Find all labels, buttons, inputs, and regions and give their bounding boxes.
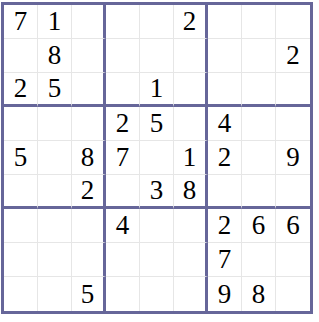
cell-r4c1[interactable] bbox=[4, 107, 38, 141]
cell-r3c3[interactable] bbox=[72, 73, 106, 107]
cell-r9c9[interactable] bbox=[276, 277, 310, 311]
cell-r2c8[interactable] bbox=[242, 39, 276, 73]
given-digit: 4 bbox=[116, 212, 130, 239]
cell-r4c5[interactable]: 5 bbox=[140, 107, 174, 141]
given-digit: 5 bbox=[48, 75, 62, 102]
given-digit: 9 bbox=[286, 144, 300, 171]
cell-r7c1[interactable] bbox=[4, 209, 38, 243]
cell-r7c9[interactable]: 6 bbox=[276, 209, 310, 243]
cell-r2c7[interactable] bbox=[208, 39, 242, 73]
given-digit: 2 bbox=[218, 144, 232, 171]
cell-r4c9[interactable] bbox=[276, 107, 310, 141]
cell-r2c2[interactable]: 8 bbox=[38, 39, 72, 73]
cell-r8c7[interactable]: 7 bbox=[208, 243, 242, 277]
given-digit: 4 bbox=[218, 110, 232, 137]
given-digit: 7 bbox=[116, 144, 130, 171]
given-digit: 5 bbox=[150, 110, 164, 137]
cell-r5c9[interactable]: 9 bbox=[276, 141, 310, 175]
given-digit: 7 bbox=[14, 8, 28, 35]
cell-r5c1[interactable]: 5 bbox=[4, 141, 38, 175]
cell-r9c5[interactable] bbox=[140, 277, 174, 311]
cell-r8c3[interactable] bbox=[72, 243, 106, 277]
cell-r4c4[interactable]: 2 bbox=[106, 107, 140, 141]
given-digit: 2 bbox=[183, 8, 197, 35]
cell-r9c4[interactable] bbox=[106, 277, 140, 311]
cell-r9c6[interactable] bbox=[174, 277, 208, 311]
cell-r3c2[interactable]: 5 bbox=[38, 73, 72, 107]
given-digit: 2 bbox=[218, 212, 232, 239]
given-digit: 5 bbox=[81, 281, 95, 308]
cell-r4c7[interactable]: 4 bbox=[208, 107, 242, 141]
cell-r1c9[interactable] bbox=[276, 5, 310, 39]
cell-r4c2[interactable] bbox=[38, 107, 72, 141]
cell-r9c8[interactable]: 8 bbox=[242, 277, 276, 311]
given-digit: 1 bbox=[183, 144, 197, 171]
cell-r7c2[interactable] bbox=[38, 209, 72, 243]
cell-r8c5[interactable] bbox=[140, 243, 174, 277]
cell-r2c4[interactable] bbox=[106, 39, 140, 73]
cell-r5c8[interactable] bbox=[242, 141, 276, 175]
cell-r8c1[interactable] bbox=[4, 243, 38, 277]
cell-r9c2[interactable] bbox=[38, 277, 72, 311]
given-digit: 1 bbox=[150, 75, 164, 102]
cell-r8c8[interactable] bbox=[242, 243, 276, 277]
cell-r1c1[interactable]: 7 bbox=[4, 5, 38, 39]
cell-r2c1[interactable] bbox=[4, 39, 38, 73]
given-digit: 7 bbox=[218, 246, 232, 273]
cell-r5c2[interactable] bbox=[38, 141, 72, 175]
given-digit: 8 bbox=[252, 281, 266, 308]
cell-r2c6[interactable] bbox=[174, 39, 208, 73]
cell-r6c9[interactable] bbox=[276, 175, 310, 209]
given-digit: 2 bbox=[286, 42, 300, 69]
cell-r9c7[interactable]: 9 bbox=[208, 277, 242, 311]
cell-r6c7[interactable] bbox=[208, 175, 242, 209]
given-digit: 2 bbox=[14, 75, 28, 102]
cell-r1c2[interactable]: 1 bbox=[38, 5, 72, 39]
cell-r3c4[interactable] bbox=[106, 73, 140, 107]
cell-r8c2[interactable] bbox=[38, 243, 72, 277]
cell-r8c4[interactable] bbox=[106, 243, 140, 277]
cell-r6c8[interactable] bbox=[242, 175, 276, 209]
cell-r8c9[interactable] bbox=[276, 243, 310, 277]
given-digit: 8 bbox=[183, 177, 197, 204]
cell-r9c3[interactable]: 5 bbox=[72, 277, 106, 311]
cell-r6c1[interactable] bbox=[4, 175, 38, 209]
cell-r3c7[interactable] bbox=[208, 73, 242, 107]
cell-r3c6[interactable] bbox=[174, 73, 208, 107]
cell-r5c4[interactable]: 7 bbox=[106, 141, 140, 175]
cell-r1c4[interactable] bbox=[106, 5, 140, 39]
cell-r6c6[interactable]: 8 bbox=[174, 175, 208, 209]
cell-r7c4[interactable]: 4 bbox=[106, 209, 140, 243]
sudoku-page: 7128225125458712923842667598 bbox=[0, 0, 319, 314]
cell-r6c4[interactable] bbox=[106, 175, 140, 209]
cell-r8c6[interactable] bbox=[174, 243, 208, 277]
cell-r3c1[interactable]: 2 bbox=[4, 73, 38, 107]
cell-r2c5[interactable] bbox=[140, 39, 174, 73]
sudoku-board: 7128225125458712923842667598 bbox=[1, 2, 313, 314]
cell-r1c5[interactable] bbox=[140, 5, 174, 39]
given-digit: 1 bbox=[48, 8, 62, 35]
cell-r2c9[interactable]: 2 bbox=[276, 39, 310, 73]
cell-r7c6[interactable] bbox=[174, 209, 208, 243]
cell-r5c3[interactable]: 8 bbox=[72, 141, 106, 175]
cell-r1c8[interactable] bbox=[242, 5, 276, 39]
cell-r2c3[interactable] bbox=[72, 39, 106, 73]
cell-r5c6[interactable]: 1 bbox=[174, 141, 208, 175]
cell-r3c5[interactable]: 1 bbox=[140, 73, 174, 107]
cell-r6c5[interactable]: 3 bbox=[140, 175, 174, 209]
cell-r1c7[interactable] bbox=[208, 5, 242, 39]
given-digit: 2 bbox=[81, 177, 95, 204]
given-digit: 9 bbox=[218, 281, 232, 308]
cell-r5c7[interactable]: 2 bbox=[208, 141, 242, 175]
cell-r9c1[interactable] bbox=[4, 277, 38, 311]
cell-r3c9[interactable] bbox=[276, 73, 310, 107]
given-digit: 8 bbox=[48, 42, 62, 69]
cell-r6c2[interactable] bbox=[38, 175, 72, 209]
cell-r6c3[interactable]: 2 bbox=[72, 175, 106, 209]
given-digit: 3 bbox=[150, 177, 164, 204]
cell-r7c3[interactable] bbox=[72, 209, 106, 243]
cell-r5c5[interactable] bbox=[140, 141, 174, 175]
cell-r7c5[interactable] bbox=[140, 209, 174, 243]
cell-r1c3[interactable] bbox=[72, 5, 106, 39]
given-digit: 2 bbox=[116, 110, 130, 137]
cell-r4c6[interactable] bbox=[174, 107, 208, 141]
cell-r1c6[interactable]: 2 bbox=[174, 5, 208, 39]
given-digit: 6 bbox=[286, 212, 300, 239]
cell-r4c8[interactable] bbox=[242, 107, 276, 141]
cell-r7c7[interactable]: 2 bbox=[208, 209, 242, 243]
cell-r3c8[interactable] bbox=[242, 73, 276, 107]
given-digit: 5 bbox=[14, 144, 28, 171]
cell-r4c3[interactable] bbox=[72, 107, 106, 141]
cell-r7c8[interactable]: 6 bbox=[242, 209, 276, 243]
given-digit: 8 bbox=[81, 144, 95, 171]
given-digit: 6 bbox=[252, 212, 266, 239]
